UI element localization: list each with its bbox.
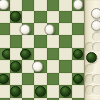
dark-square-r1-c1[interactable] [10,11,22,23]
dark-square-r1-c3[interactable] [34,11,46,23]
black-checker-piece[interactable] [0,74,9,85]
light-square-r2-c5 [59,23,71,35]
light-square-r7-c2 [22,85,34,97]
dark-square-r5-c3[interactable] [34,60,46,72]
dark-square-r0-c4[interactable] [47,0,59,11]
light-square-r1-c4 [47,11,59,23]
dark-square-r3-c5[interactable] [59,35,71,47]
white-checker-piece[interactable] [0,0,9,10]
black-checker-piece[interactable] [10,61,21,72]
light-square-r1-c2 [22,11,34,23]
captured-pieces-tray [84,0,100,100]
dark-square-r4-c0[interactable] [0,48,10,60]
dark-square-r1-c5[interactable] [59,11,71,23]
black-checker-piece[interactable] [10,86,21,97]
dark-square-r5-c1[interactable] [10,60,22,72]
dark-square-r4-c2[interactable] [22,48,34,60]
black-checker-piece[interactable] [10,11,21,22]
dark-square-r8-c2[interactable] [22,98,34,100]
black-checker-piece[interactable] [35,86,46,97]
dark-square-r7-c1[interactable] [10,85,22,97]
light-square-r0-c5 [59,0,71,11]
black-checker-piece[interactable] [73,74,84,85]
light-square-r6-c5 [59,73,71,85]
light-square-r8-c1 [10,98,22,100]
empty-capture-slot [92,32,100,42]
dark-square-r2-c2[interactable] [22,23,34,35]
dark-square-r0-c6[interactable] [72,0,84,11]
dark-square-r0-c0[interactable] [0,0,10,11]
checkers-board[interactable] [0,0,84,100]
dark-square-r6-c4[interactable] [47,73,59,85]
captured-black-piece [86,52,97,63]
dark-square-r3-c1[interactable] [10,35,22,47]
light-square-r4-c3 [34,48,46,60]
dark-square-r5-c5[interactable] [59,60,71,72]
light-square-r6-c1 [10,73,22,85]
dark-square-r7-c3[interactable] [34,85,46,97]
dark-square-r8-c6[interactable] [72,98,84,100]
dark-square-r8-c0[interactable] [0,98,10,100]
captured-white-piece [91,8,100,19]
dark-square-r7-c5[interactable] [59,85,71,97]
light-square-r7-c6 [72,85,84,97]
black-checker-piece[interactable] [60,86,71,97]
white-checker-piece[interactable] [19,24,30,35]
dark-square-r6-c0[interactable] [0,73,10,85]
light-square-r1-c6 [72,11,84,23]
dark-square-r4-c6[interactable] [72,48,84,60]
light-square-r4-c5 [59,48,71,60]
light-square-r6-c3 [34,73,46,85]
dark-square-r8-c4[interactable] [47,98,59,100]
empty-capture-slot [92,85,100,95]
empty-capture-slot [92,42,100,52]
light-square-r3-c0 [0,35,10,47]
dark-square-r0-c2[interactable] [22,0,34,11]
light-square-r8-c5 [59,98,71,100]
light-square-r5-c6 [72,60,84,72]
white-checker-piece[interactable] [73,0,84,10]
dark-square-r6-c2[interactable] [22,73,34,85]
black-checker-piece[interactable] [73,49,84,60]
light-square-r3-c4 [47,35,59,47]
white-checker-piece[interactable] [44,24,55,35]
light-square-r3-c2 [22,35,34,47]
black-checker-piece[interactable] [20,49,31,60]
dark-square-r2-c6[interactable] [72,23,84,35]
light-square-r1-c0 [0,11,10,23]
light-square-r3-c6 [72,35,84,47]
dark-square-r6-c6[interactable] [72,73,84,85]
light-square-r8-c3 [34,98,46,100]
light-square-r7-c4 [47,85,59,97]
light-square-r0-c1 [10,0,22,11]
empty-capture-slot [85,64,95,74]
light-square-r7-c0 [0,85,10,97]
dark-square-r4-c4[interactable] [47,48,59,60]
dark-square-r2-c0[interactable] [0,23,10,35]
dark-square-r3-c3[interactable] [34,35,46,47]
checkers-game-screen [0,0,100,100]
light-square-r5-c4 [47,60,59,72]
white-checker-piece[interactable] [32,61,43,72]
dark-square-r2-c4[interactable] [47,23,59,35]
captured-white-piece [91,20,100,31]
light-square-r5-c0 [0,60,10,72]
light-square-r0-c3 [34,0,46,11]
empty-capture-slot [92,74,100,84]
